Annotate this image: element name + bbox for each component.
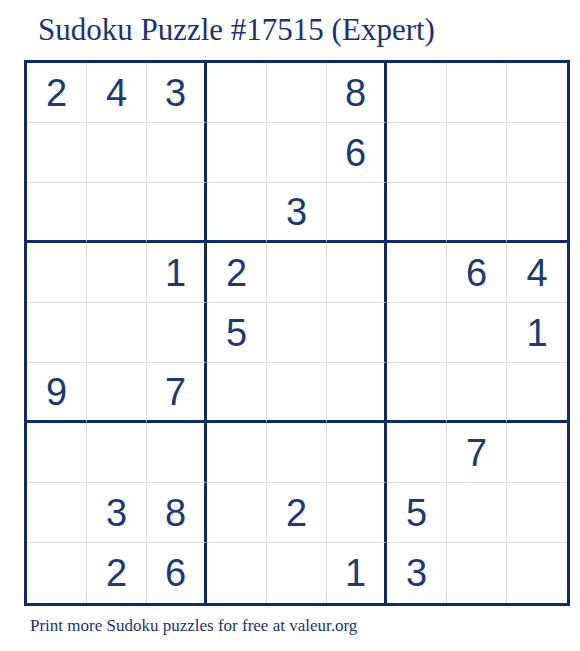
sudoku-cell-r3c1[interactable] [27,183,87,243]
sudoku-cell-r6c6[interactable] [327,363,387,423]
sudoku-cell-r3c2[interactable] [87,183,147,243]
sudoku-cell-r6c4[interactable] [207,363,267,423]
sudoku-cell-r6c3: 7 [147,363,207,423]
sudoku-cell-r9c7: 3 [387,543,447,603]
sudoku-cell-r4c2[interactable] [87,243,147,303]
sudoku-cell-r7c1[interactable] [27,423,87,483]
sudoku-cell-r1c3: 3 [147,63,207,123]
sudoku-cell-r3c4[interactable] [207,183,267,243]
sudoku-cell-r3c6[interactable] [327,183,387,243]
sudoku-cell-r3c8[interactable] [447,183,507,243]
page: Sudoku Puzzle #17515 (Expert) 2438631264… [0,0,580,651]
sudoku-cell-r2c5[interactable] [267,123,327,183]
footer-text: Print more Sudoku puzzles for free at va… [30,615,357,637]
sudoku-cell-r1c9[interactable] [507,63,567,123]
sudoku-cell-r1c8[interactable] [447,63,507,123]
sudoku-cell-r5c4: 5 [207,303,267,363]
sudoku-cell-r4c3: 1 [147,243,207,303]
sudoku-cell-r7c9[interactable] [507,423,567,483]
sudoku-cell-r6c7[interactable] [387,363,447,423]
sudoku-cell-r1c6: 8 [327,63,387,123]
sudoku-cell-r6c8[interactable] [447,363,507,423]
sudoku-cell-r5c2[interactable] [87,303,147,363]
sudoku-cell-r8c7: 5 [387,483,447,543]
sudoku-cell-r2c1[interactable] [27,123,87,183]
sudoku-cell-r1c5[interactable] [267,63,327,123]
sudoku-cell-r8c1[interactable] [27,483,87,543]
sudoku-cell-r7c7[interactable] [387,423,447,483]
sudoku-cell-r9c4[interactable] [207,543,267,603]
sudoku-cell-r9c8[interactable] [447,543,507,603]
sudoku-cell-r8c5: 2 [267,483,327,543]
sudoku-cell-r6c9[interactable] [507,363,567,423]
sudoku-cell-r7c4[interactable] [207,423,267,483]
sudoku-cell-r4c4: 2 [207,243,267,303]
sudoku-cell-r4c8: 6 [447,243,507,303]
sudoku-cell-r7c8: 7 [447,423,507,483]
sudoku-cell-r1c4[interactable] [207,63,267,123]
sudoku-cell-r5c1[interactable] [27,303,87,363]
sudoku-cell-r4c9: 4 [507,243,567,303]
sudoku-cell-r2c8[interactable] [447,123,507,183]
sudoku-cell-r8c6[interactable] [327,483,387,543]
sudoku-cell-r6c5[interactable] [267,363,327,423]
sudoku-cell-r2c9[interactable] [507,123,567,183]
sudoku-cell-r4c5[interactable] [267,243,327,303]
sudoku-cell-r3c9[interactable] [507,183,567,243]
sudoku-cell-r2c3[interactable] [147,123,207,183]
sudoku-cell-r6c2[interactable] [87,363,147,423]
sudoku-cell-r5c5[interactable] [267,303,327,363]
page-title: Sudoku Puzzle #17515 (Expert) [38,11,435,49]
sudoku-cell-r7c2[interactable] [87,423,147,483]
sudoku-cell-r9c1[interactable] [27,543,87,603]
sudoku-cell-r2c2[interactable] [87,123,147,183]
sudoku-cell-r9c5[interactable] [267,543,327,603]
sudoku-cell-r8c8[interactable] [447,483,507,543]
sudoku-cell-r4c6[interactable] [327,243,387,303]
sudoku-board: 24386312645197738252613 [24,60,570,606]
sudoku-cell-r5c6[interactable] [327,303,387,363]
sudoku-cell-r9c6: 1 [327,543,387,603]
sudoku-cell-r5c7[interactable] [387,303,447,363]
sudoku-cell-r6c1: 9 [27,363,87,423]
sudoku-cell-r9c9[interactable] [507,543,567,603]
sudoku-cell-r1c2: 4 [87,63,147,123]
sudoku-cell-r7c6[interactable] [327,423,387,483]
sudoku-cell-r8c9[interactable] [507,483,567,543]
sudoku-cell-r3c3[interactable] [147,183,207,243]
sudoku-cell-r3c5: 3 [267,183,327,243]
sudoku-cell-r2c4[interactable] [207,123,267,183]
sudoku-cell-r2c6: 6 [327,123,387,183]
sudoku-cell-r7c5[interactable] [267,423,327,483]
sudoku-cell-r4c7[interactable] [387,243,447,303]
sudoku-cell-r1c1: 2 [27,63,87,123]
sudoku-cell-r4c1[interactable] [27,243,87,303]
sudoku-cell-r3c7[interactable] [387,183,447,243]
sudoku-cell-r1c7[interactable] [387,63,447,123]
sudoku-cell-r5c8[interactable] [447,303,507,363]
sudoku-cell-r7c3[interactable] [147,423,207,483]
sudoku-cell-r8c3: 8 [147,483,207,543]
sudoku-cell-r8c2: 3 [87,483,147,543]
sudoku-cell-r2c7[interactable] [387,123,447,183]
sudoku-cell-r8c4[interactable] [207,483,267,543]
sudoku-cell-r9c3: 6 [147,543,207,603]
sudoku-cell-r9c2: 2 [87,543,147,603]
sudoku-cell-r5c9: 1 [507,303,567,363]
sudoku-cell-r5c3[interactable] [147,303,207,363]
